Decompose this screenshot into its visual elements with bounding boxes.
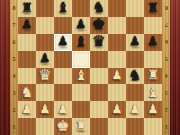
piece-black-knight-g4[interactable]: ♞ xyxy=(126,66,144,83)
square-g6[interactable]: ♟ xyxy=(126,34,144,51)
square-b1[interactable] xyxy=(36,118,54,135)
wood-frame-left xyxy=(0,0,10,135)
piece-white-pawn-b2[interactable]: ♟ xyxy=(36,100,54,117)
piece-white-pawn-c2[interactable]: ♟ xyxy=(54,100,72,117)
piece-white-rook-d1[interactable]: ♜ xyxy=(72,117,90,134)
piece-black-rook-h8[interactable]: ♜ xyxy=(144,0,162,15)
square-e2[interactable] xyxy=(90,101,108,118)
square-a7[interactable]: ♟ xyxy=(18,17,36,34)
square-c1[interactable]: ♚ xyxy=(54,118,72,135)
square-h5[interactable] xyxy=(144,51,162,68)
rank-label-1: 1 xyxy=(162,118,170,135)
square-d5[interactable] xyxy=(72,51,90,68)
rank-label-4: 4 xyxy=(10,68,18,85)
piece-black-pawn-h6[interactable]: ♟ xyxy=(144,32,162,49)
square-b8[interactable] xyxy=(36,0,54,17)
piece-black-pawn-d7[interactable]: ♟ xyxy=(72,15,90,32)
rank-label-7: 7 xyxy=(10,17,18,34)
square-c3[interactable] xyxy=(54,84,72,101)
piece-white-pawn-g2[interactable]: ♟ xyxy=(126,100,144,117)
piece-black-pawn-b5[interactable]: ♟ xyxy=(36,49,54,66)
square-a6[interactable] xyxy=(18,34,36,51)
square-d6[interactable]: ♝ xyxy=(72,34,90,51)
square-g1[interactable] xyxy=(126,118,144,135)
square-a2[interactable]: ♟ xyxy=(18,101,36,118)
rank-labels-right: 87654321 xyxy=(162,0,170,135)
square-g2[interactable]: ♟ xyxy=(126,101,144,118)
rank-label-3: 3 xyxy=(162,84,170,101)
square-f6[interactable] xyxy=(108,34,126,51)
square-e5[interactable] xyxy=(90,51,108,68)
square-d3[interactable] xyxy=(72,84,90,101)
square-h4[interactable]: ♜ xyxy=(144,68,162,85)
piece-white-bishop-h3[interactable]: ♝ xyxy=(144,83,162,100)
square-h7[interactable] xyxy=(144,17,162,34)
piece-black-pawn-g6[interactable]: ♟ xyxy=(126,32,144,49)
piece-black-bishop-d6[interactable]: ♝ xyxy=(72,32,90,49)
square-f1[interactable] xyxy=(108,118,126,135)
rank-label-3: 3 xyxy=(10,84,18,101)
rank-label-7: 7 xyxy=(162,17,170,34)
piece-black-rook-a8[interactable]: ♜ xyxy=(18,0,36,15)
rank-label-6: 6 xyxy=(10,34,18,51)
piece-white-pawn-a2[interactable]: ♟ xyxy=(18,100,36,117)
rank-labels-left: 87654321 xyxy=(10,0,18,135)
square-g4[interactable]: ♞ xyxy=(126,68,144,85)
square-e3[interactable] xyxy=(90,84,108,101)
square-c4[interactable] xyxy=(54,68,72,85)
chess-board[interactable]: ♜♝♞♜♟♟♚♟♝♛♟♟♟♛♝♟♞♜♞♝♟♟♟♟♟♟♚♜ xyxy=(18,0,162,135)
square-d7[interactable]: ♟ xyxy=(72,17,90,34)
square-d4[interactable]: ♝ xyxy=(72,68,90,85)
square-e4[interactable] xyxy=(90,68,108,85)
piece-white-queen-b4[interactable]: ♛ xyxy=(36,66,54,83)
piece-white-knight-a3[interactable]: ♞ xyxy=(18,83,36,100)
square-e6[interactable]: ♛ xyxy=(90,34,108,51)
piece-black-queen-e6[interactable]: ♛ xyxy=(90,32,108,49)
square-h3[interactable]: ♝ xyxy=(144,84,162,101)
square-b7[interactable] xyxy=(36,17,54,34)
square-c7[interactable] xyxy=(54,17,72,34)
piece-black-knight-e8[interactable]: ♞ xyxy=(90,0,108,15)
wood-frame-right xyxy=(170,0,180,135)
piece-white-pawn-f4[interactable]: ♟ xyxy=(108,66,126,83)
piece-white-king-c1[interactable]: ♚ xyxy=(54,117,72,134)
square-d1[interactable]: ♜ xyxy=(72,118,90,135)
rank-label-5: 5 xyxy=(10,51,18,68)
square-c5[interactable] xyxy=(54,51,72,68)
rank-label-1: 1 xyxy=(10,118,18,135)
rank-label-2: 2 xyxy=(10,101,18,118)
piece-black-pawn-a7[interactable]: ♟ xyxy=(18,15,36,32)
rank-label-2: 2 xyxy=(162,101,170,118)
square-f4[interactable]: ♟ xyxy=(108,68,126,85)
square-b6[interactable] xyxy=(36,34,54,51)
rank-label-8: 8 xyxy=(10,0,18,17)
square-b2[interactable]: ♟ xyxy=(36,101,54,118)
square-d8[interactable] xyxy=(72,0,90,17)
piece-black-king-e7[interactable]: ♚ xyxy=(90,15,108,32)
square-f5[interactable] xyxy=(108,51,126,68)
piece-black-pawn-c6[interactable]: ♟ xyxy=(54,32,72,49)
chess-app-screen: 87654321 87654321 ♜♝♞♜♟♟♚♟♝♛♟♟♟♛♝♟♞♜♞♝♟♟… xyxy=(0,0,180,135)
square-c8[interactable]: ♝ xyxy=(54,0,72,17)
square-c6[interactable]: ♟ xyxy=(54,34,72,51)
square-g5[interactable] xyxy=(126,51,144,68)
piece-white-pawn-f2[interactable]: ♟ xyxy=(108,100,126,117)
square-a8[interactable]: ♜ xyxy=(18,0,36,17)
square-d2[interactable] xyxy=(72,101,90,118)
rank-label-8: 8 xyxy=(162,0,170,17)
rank-label-5: 5 xyxy=(162,51,170,68)
rank-label-6: 6 xyxy=(162,34,170,51)
square-a4[interactable] xyxy=(18,68,36,85)
square-h2[interactable]: ♟ xyxy=(144,101,162,118)
square-h8[interactable]: ♜ xyxy=(144,0,162,17)
piece-white-pawn-h2[interactable]: ♟ xyxy=(144,100,162,117)
square-g3[interactable] xyxy=(126,84,144,101)
square-b3[interactable] xyxy=(36,84,54,101)
square-f8[interactable] xyxy=(108,0,126,17)
piece-white-rook-h4[interactable]: ♜ xyxy=(144,66,162,83)
square-g8[interactable] xyxy=(126,0,144,17)
piece-white-bishop-d4[interactable]: ♝ xyxy=(72,66,90,83)
square-a5[interactable] xyxy=(18,51,36,68)
square-b4[interactable]: ♛ xyxy=(36,68,54,85)
rank-label-4: 4 xyxy=(162,68,170,85)
square-a1[interactable] xyxy=(18,118,36,135)
square-f2[interactable]: ♟ xyxy=(108,101,126,118)
square-h6[interactable]: ♟ xyxy=(144,34,162,51)
square-e1[interactable] xyxy=(90,118,108,135)
square-h1[interactable] xyxy=(144,118,162,135)
piece-black-bishop-c8[interactable]: ♝ xyxy=(54,0,72,15)
square-a3[interactable]: ♞ xyxy=(18,84,36,101)
square-f3[interactable] xyxy=(108,84,126,101)
square-f7[interactable] xyxy=(108,17,126,34)
square-g7[interactable] xyxy=(126,17,144,34)
